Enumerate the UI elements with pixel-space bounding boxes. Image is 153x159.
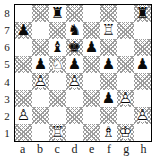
square-e1[interactable] (83, 124, 100, 141)
square-e3[interactable] (83, 90, 100, 107)
file-label-g: g (118, 142, 135, 157)
square-c3[interactable] (49, 90, 66, 107)
black-rook-h8: ♜ (134, 5, 151, 22)
white-pawn-a2: ♙ (15, 107, 32, 124)
square-a4[interactable] (15, 73, 32, 90)
square-h3[interactable] (134, 90, 151, 107)
square-h4[interactable] (134, 73, 151, 90)
square-e7[interactable] (83, 22, 100, 39)
square-d6[interactable]: ♚ (66, 39, 83, 56)
rank-label-6: 6 (0, 39, 14, 56)
chess-board[interactable]: ♜♜♟♞♖♝♚♟♟♘♟♟♟♙♙♟♙♙♙♖♗♔ (14, 4, 152, 142)
square-c8[interactable]: ♜ (49, 5, 66, 22)
square-h5[interactable]: ♟ (134, 56, 151, 73)
square-e4[interactable] (83, 73, 100, 90)
rank-label-8: 8 (0, 4, 14, 21)
square-h2[interactable]: ♙ (134, 107, 151, 124)
chess-diagram: 87654321 ♜♜♟♞♖♝♚♟♟♘♟♟♟♙♙♟♙♙♙♖♗♔ abcdefgh (0, 0, 153, 159)
square-d3[interactable] (66, 90, 83, 107)
file-label-d: d (66, 142, 83, 157)
square-h7[interactable] (134, 22, 151, 39)
rank-labels: 87654321 (0, 4, 14, 142)
file-label-h: h (135, 142, 152, 157)
file-label-c: c (49, 142, 66, 157)
square-g6[interactable] (117, 39, 134, 56)
square-b4[interactable]: ♙ (32, 73, 49, 90)
square-e8[interactable] (83, 5, 100, 22)
white-pawn-b4: ♙ (32, 73, 49, 90)
square-e6[interactable]: ♟ (83, 39, 100, 56)
file-label-f: f (100, 142, 117, 157)
black-rook-c8: ♜ (49, 5, 66, 22)
square-f4[interactable] (100, 73, 117, 90)
square-b5[interactable]: ♟ (32, 56, 49, 73)
square-d1[interactable] (66, 124, 83, 141)
square-g3[interactable]: ♙ (117, 90, 134, 107)
white-king-g1: ♔ (117, 124, 134, 141)
rank-label-1: 1 (0, 125, 14, 142)
square-f2[interactable] (100, 107, 117, 124)
square-f5[interactable]: ♟ (100, 56, 117, 73)
square-b7[interactable] (32, 22, 49, 39)
rank-label-7: 7 (0, 21, 14, 38)
square-b8[interactable] (32, 5, 49, 22)
rank-label-5: 5 (0, 56, 14, 73)
square-g4[interactable] (117, 73, 134, 90)
white-pawn-h2: ♙ (134, 107, 151, 124)
file-labels: abcdefgh (14, 142, 152, 157)
square-h8[interactable]: ♜ (134, 5, 151, 22)
white-bishop-f1: ♗ (100, 124, 117, 141)
square-h1[interactable] (134, 124, 151, 141)
white-rook-c1: ♖ (49, 124, 66, 141)
white-rook-f7: ♖ (100, 22, 117, 39)
square-h6[interactable] (134, 39, 151, 56)
square-e5[interactable] (83, 56, 100, 73)
square-f1[interactable]: ♗ (100, 124, 117, 141)
white-pawn-g3: ♙ (117, 90, 134, 107)
square-a7[interactable]: ♟ (15, 22, 32, 39)
square-g8[interactable] (117, 5, 134, 22)
square-d7[interactable]: ♞ (66, 22, 83, 39)
square-f3[interactable]: ♟ (100, 90, 117, 107)
square-d5[interactable]: ♟ (66, 56, 83, 73)
square-f7[interactable]: ♖ (100, 22, 117, 39)
square-a6[interactable] (15, 39, 32, 56)
black-pawn-e6: ♟ (83, 39, 100, 56)
black-pawn-h5: ♟ (134, 56, 151, 73)
white-knight-c5: ♘ (49, 56, 66, 73)
black-bishop-c6: ♝ (49, 39, 66, 56)
square-c6[interactable]: ♝ (49, 39, 66, 56)
black-pawn-b5: ♟ (32, 56, 49, 73)
black-pawn-d5: ♟ (66, 56, 83, 73)
square-c4[interactable] (49, 73, 66, 90)
rank-label-4: 4 (0, 73, 14, 90)
square-a5[interactable] (15, 56, 32, 73)
file-label-a: a (14, 142, 31, 157)
black-pawn-a7: ♟ (15, 22, 32, 39)
square-a2[interactable]: ♙ (15, 107, 32, 124)
rank-label-3: 3 (0, 90, 14, 107)
square-c1[interactable]: ♖ (49, 124, 66, 141)
square-a3[interactable] (15, 90, 32, 107)
square-g1[interactable]: ♔ (117, 124, 134, 141)
square-b1[interactable] (32, 124, 49, 141)
square-a1[interactable] (15, 124, 32, 141)
white-pawn-d4: ♙ (66, 73, 83, 90)
black-pawn-f5: ♟ (100, 56, 117, 73)
square-c2[interactable] (49, 107, 66, 124)
black-king-d6: ♚ (66, 39, 83, 56)
file-label-e: e (83, 142, 100, 157)
square-g2[interactable] (117, 107, 134, 124)
square-d2[interactable] (66, 107, 83, 124)
square-f6[interactable] (100, 39, 117, 56)
rank-label-2: 2 (0, 108, 14, 125)
square-c5[interactable]: ♘ (49, 56, 66, 73)
square-f8[interactable] (100, 5, 117, 22)
black-knight-d7: ♞ (66, 22, 83, 39)
square-e2[interactable] (83, 107, 100, 124)
square-g5[interactable] (117, 56, 134, 73)
black-pawn-f3: ♟ (100, 90, 117, 107)
square-a8[interactable] (15, 5, 32, 22)
square-b3[interactable] (32, 90, 49, 107)
square-c7[interactable] (49, 22, 66, 39)
square-g7[interactable] (117, 22, 134, 39)
square-d4[interactable]: ♙ (66, 73, 83, 90)
square-d8[interactable] (66, 5, 83, 22)
square-b6[interactable] (32, 39, 49, 56)
file-label-b: b (31, 142, 48, 157)
square-b2[interactable] (32, 107, 49, 124)
